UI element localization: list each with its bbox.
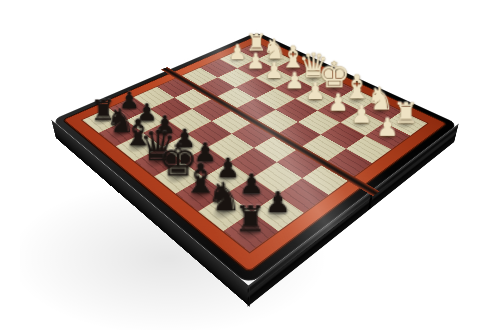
scene: ♜♟♟♜♞♟♟♞♝♟♟♝♛♟♟♛♚♟♟♚♝♟♟♝♞♟♟♞♜♟♟♜ (0, 0, 500, 335)
chess-case: ♜♟♟♜♞♟♟♞♝♟♟♝♛♟♟♛♚♟♟♚♝♟♟♝♞♟♟♞♜♟♟♜ (52, 32, 459, 285)
square-h2: ♟ (365, 123, 410, 149)
board-grid: ♜♟♟♜♞♟♟♞♝♟♟♝♛♟♟♛♚♟♟♚♝♟♟♝♞♟♟♞♜♟♟♜ (82, 43, 427, 252)
chess-board: ♜♟♟♜♞♟♟♞♝♟♟♝♛♟♟♛♚♟♟♚♝♟♟♝♞♟♟♞♜♟♟♜ (63, 36, 447, 273)
case-latch (107, 182, 120, 202)
product-photo-chess-set: Folding magnetic chess set with pieces i… (0, 0, 500, 335)
square-h8: ♜ (223, 212, 278, 252)
